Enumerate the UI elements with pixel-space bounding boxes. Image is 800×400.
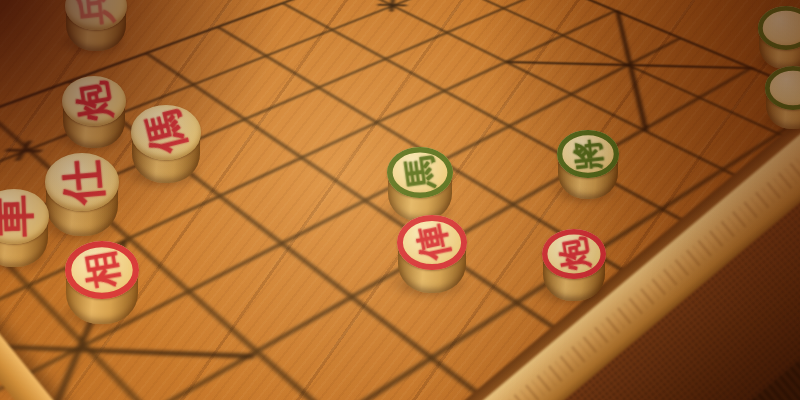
piece-red-elephant[interactable]: 相 <box>65 241 139 324</box>
piece-green-clipped-2[interactable] <box>765 66 800 129</box>
piece-character: 俥 <box>411 222 453 264</box>
piece-top: 炮 <box>542 229 606 279</box>
piece-green-horse[interactable]: 馬 <box>387 147 453 221</box>
piece-red-cannon-2[interactable]: 炮 <box>542 229 606 301</box>
piece-red-soldier[interactable]: 兵 <box>65 0 127 51</box>
piece-green-clipped-1[interactable] <box>758 6 800 69</box>
piece-character: 兵 <box>76 0 117 27</box>
piece-red-advisor[interactable]: 仕 <box>45 153 119 236</box>
xiangqi-photo-scene: 兵 炮 傌 仕 車 相 <box>0 0 800 400</box>
piece-top: 仕 <box>45 153 119 211</box>
piece-green-general[interactable]: 將 <box>557 130 619 199</box>
piece-character: 炮 <box>555 235 592 272</box>
piece-top: 傌 <box>131 105 201 160</box>
piece-red-chariot-2[interactable]: 俥 <box>397 215 467 293</box>
piece-top: 炮 <box>62 76 126 126</box>
piece-character: 相 <box>81 248 124 291</box>
piece-top: 將 <box>557 130 619 178</box>
piece-character: 仕 <box>58 158 106 206</box>
piece-character: 傌 <box>141 107 192 158</box>
piece-top: 相 <box>65 241 139 299</box>
piece-character: 炮 <box>72 79 116 123</box>
piece-character: 將 <box>571 137 605 171</box>
piece-character: 車 <box>0 195 36 238</box>
piece-top: 俥 <box>397 215 467 270</box>
piece-character: 馬 <box>401 154 438 191</box>
piece-red-chariot[interactable]: 車 <box>0 189 49 267</box>
piece-red-horse[interactable]: 傌 <box>131 105 201 183</box>
piece-red-cannon[interactable]: 炮 <box>62 76 126 148</box>
piece-top: 馬 <box>387 147 453 198</box>
